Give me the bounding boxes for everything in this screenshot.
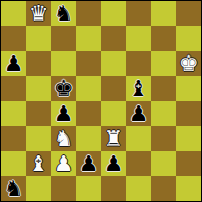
square-d8[interactable] — [76, 1, 101, 26]
square-f4[interactable]: ♟ — [126, 101, 151, 126]
white-rook-piece[interactable]: ♜ — [101, 126, 126, 151]
black-knight-piece[interactable]: ♞ — [51, 1, 76, 26]
square-c8[interactable]: ♞ — [51, 1, 76, 26]
square-b8[interactable]: ♛ — [26, 1, 51, 26]
square-d2[interactable]: ♟ — [76, 151, 101, 176]
square-g3[interactable] — [151, 126, 176, 151]
square-e5[interactable] — [101, 76, 126, 101]
square-d3[interactable] — [76, 126, 101, 151]
square-a5[interactable] — [1, 76, 26, 101]
square-f2[interactable] — [126, 151, 151, 176]
square-a6[interactable]: ♟ — [1, 51, 26, 76]
square-h3[interactable] — [176, 126, 201, 151]
square-e8[interactable] — [101, 1, 126, 26]
square-c3[interactable]: ♞ — [51, 126, 76, 151]
square-b6[interactable] — [26, 51, 51, 76]
square-g4[interactable] — [151, 101, 176, 126]
square-c6[interactable] — [51, 51, 76, 76]
square-a7[interactable] — [1, 26, 26, 51]
square-e6[interactable] — [101, 51, 126, 76]
square-c2[interactable]: ♟ — [51, 151, 76, 176]
black-pawn-piece[interactable]: ♟ — [51, 101, 76, 126]
square-c1[interactable] — [51, 176, 76, 201]
white-pawn-piece[interactable]: ♟ — [51, 151, 76, 176]
black-pawn-piece[interactable]: ♟ — [1, 51, 26, 76]
black-pawn-piece[interactable]: ♟ — [101, 151, 126, 176]
white-knight-piece[interactable]: ♞ — [51, 126, 76, 151]
square-e3[interactable]: ♜ — [101, 126, 126, 151]
square-h1[interactable] — [176, 176, 201, 201]
square-h2[interactable] — [176, 151, 201, 176]
square-b1[interactable] — [26, 176, 51, 201]
square-d4[interactable] — [76, 101, 101, 126]
black-knight-piece[interactable]: ♞ — [1, 176, 26, 201]
square-g7[interactable] — [151, 26, 176, 51]
square-a4[interactable] — [1, 101, 26, 126]
square-a2[interactable] — [1, 151, 26, 176]
square-e2[interactable]: ♟ — [101, 151, 126, 176]
chess-board: ♛♞♟♚♚♝♟♟♞♜♝♟♟♟♞ — [0, 0, 202, 202]
black-bishop-piece[interactable]: ♝ — [126, 76, 151, 101]
square-b3[interactable] — [26, 126, 51, 151]
square-f1[interactable] — [126, 176, 151, 201]
square-f3[interactable] — [126, 126, 151, 151]
square-f8[interactable] — [126, 1, 151, 26]
square-e7[interactable] — [101, 26, 126, 51]
white-bishop-piece[interactable]: ♝ — [26, 151, 51, 176]
square-c5[interactable]: ♚ — [51, 76, 76, 101]
square-d7[interactable] — [76, 26, 101, 51]
square-d5[interactable] — [76, 76, 101, 101]
square-e1[interactable] — [101, 176, 126, 201]
square-a1[interactable]: ♞ — [1, 176, 26, 201]
square-h5[interactable] — [176, 76, 201, 101]
square-b5[interactable] — [26, 76, 51, 101]
square-a8[interactable] — [1, 1, 26, 26]
square-e4[interactable] — [101, 101, 126, 126]
square-c4[interactable]: ♟ — [51, 101, 76, 126]
black-pawn-piece[interactable]: ♟ — [126, 101, 151, 126]
square-g5[interactable] — [151, 76, 176, 101]
square-h8[interactable] — [176, 1, 201, 26]
white-queen-piece[interactable]: ♛ — [26, 1, 51, 26]
black-pawn-piece[interactable]: ♟ — [76, 151, 101, 176]
white-king-piece[interactable]: ♚ — [176, 51, 201, 76]
square-b4[interactable] — [26, 101, 51, 126]
square-f7[interactable] — [126, 26, 151, 51]
square-f5[interactable]: ♝ — [126, 76, 151, 101]
square-h4[interactable] — [176, 101, 201, 126]
square-g1[interactable] — [151, 176, 176, 201]
square-d1[interactable] — [76, 176, 101, 201]
square-g2[interactable] — [151, 151, 176, 176]
square-f6[interactable] — [126, 51, 151, 76]
square-d6[interactable] — [76, 51, 101, 76]
square-a3[interactable] — [1, 126, 26, 151]
square-h6[interactable]: ♚ — [176, 51, 201, 76]
square-h7[interactable] — [176, 26, 201, 51]
square-b7[interactable] — [26, 26, 51, 51]
square-g6[interactable] — [151, 51, 176, 76]
square-b2[interactable]: ♝ — [26, 151, 51, 176]
square-g8[interactable] — [151, 1, 176, 26]
square-c7[interactable] — [51, 26, 76, 51]
black-king-piece[interactable]: ♚ — [51, 76, 76, 101]
